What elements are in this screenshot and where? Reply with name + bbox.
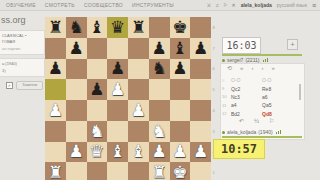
bottom-player-clock: 10:57 (213, 139, 265, 159)
square-b2[interactable]: ♟ (66, 142, 87, 163)
square-e4[interactable]: ♟ (128, 100, 149, 121)
square-d8[interactable]: ♛ (107, 17, 128, 38)
piece-bp-c5: ♟ (89, 81, 104, 98)
move-white-11[interactable]: a4 (231, 102, 262, 108)
square-a1[interactable]: ♜ (45, 162, 66, 180)
move-black-10[interactable]: a6 (262, 94, 293, 100)
resign-icon[interactable]: ⚐ (269, 118, 274, 124)
signal-icon (276, 130, 281, 134)
square-h4[interactable] (190, 100, 211, 121)
square-h5[interactable] (190, 79, 211, 100)
square-f3[interactable]: ♞ (149, 121, 170, 142)
square-e6[interactable] (128, 59, 149, 80)
square-d6[interactable]: ♟ (107, 59, 128, 80)
square-f5[interactable] (149, 79, 170, 100)
nav-link-4[interactable]: ИНСТРУМЕНТЫ (132, 2, 174, 8)
rank-label-1: 1 (213, 162, 220, 180)
square-c5[interactable]: ♟ (87, 79, 108, 100)
piece-wp-e4: ♟ (131, 102, 146, 119)
top-player-clock: 16:03 (222, 37, 261, 54)
square-a8[interactable]: ♜ (45, 17, 66, 38)
piece-br-a8: ♜ (48, 19, 63, 36)
square-g3[interactable] (170, 121, 191, 142)
square-h8[interactable] (190, 17, 211, 38)
username[interactable]: alela_koljada (241, 2, 272, 8)
square-d7[interactable] (107, 38, 128, 59)
move-row-10: 10Nc3a6 (222, 93, 298, 101)
square-a3[interactable] (45, 121, 66, 142)
move-white-12[interactable]: Bd2 (231, 111, 262, 117)
square-c2[interactable]: ♛ (87, 142, 108, 163)
square-e3[interactable] (128, 121, 149, 142)
piece-bp-b7: ♟ (69, 40, 84, 57)
square-c8[interactable]: ♝ (87, 17, 108, 38)
piece-wr-a1: ♜ (48, 164, 63, 180)
prev-move-icon[interactable]: ‹ (251, 65, 253, 71)
square-e7[interactable] (128, 38, 149, 59)
move-white-10[interactable]: Nc3 (231, 94, 262, 100)
rank-label-6: 6 (213, 59, 220, 80)
piece-bb-g7: ♝ (172, 40, 187, 57)
language-link[interactable]: русский язык (277, 2, 307, 8)
sound-icon[interactable]: ♫ (215, 3, 219, 8)
move-list-scrollbar[interactable] (299, 84, 301, 100)
square-h7[interactable]: ♟ (190, 38, 211, 59)
move-black-9[interactable]: Re8 (262, 86, 293, 92)
square-h6[interactable] (190, 59, 211, 80)
bottom-player-row[interactable]: alela_koljada (1940) (222, 129, 302, 135)
next-move-icon[interactable]: › (261, 65, 263, 71)
online-dot (222, 59, 225, 62)
square-g4[interactable] (170, 100, 191, 121)
square-b5[interactable] (66, 79, 87, 100)
square-a7[interactable] (45, 38, 66, 59)
piece-wp-h2: ♟ (193, 143, 208, 160)
square-b8[interactable]: ♞ (66, 17, 87, 38)
move-row-9: 9Qc2Re8 (222, 84, 298, 92)
sidebar: ss.org CLASSICAL •ГОВАЯая партия а (1940… (0, 10, 45, 90)
game-action-buttons: ↶½⚐ (239, 118, 274, 124)
piece-wr-f1: ♜ (152, 164, 167, 180)
square-b4[interactable] (66, 100, 87, 121)
square-g5[interactable] (170, 79, 191, 100)
piece-bp-g6: ♟ (172, 60, 187, 77)
piece-bp-d6: ♟ (110, 60, 125, 77)
move-row-11: 11a4Qa5 (222, 101, 298, 109)
square-e2[interactable]: ♝ (128, 142, 149, 163)
square-h3[interactable] (190, 121, 211, 142)
top-player-name: sergei7 (227, 57, 243, 63)
piece-wp-b2: ♟ (69, 143, 84, 160)
top-player-rating: (2211) (245, 57, 259, 63)
square-c7[interactable] (87, 38, 108, 59)
square-e8[interactable]: ♜ (128, 17, 149, 38)
move-number: 8 (222, 78, 231, 83)
piece-wb-d2: ♝ (110, 143, 125, 160)
square-b1[interactable] (66, 162, 87, 180)
square-g6[interactable]: ♟ (170, 59, 191, 80)
piece-wp-f2: ♟ (152, 143, 167, 160)
square-f2[interactable]: ♟ (149, 142, 170, 163)
rank-label-7: 7 (213, 38, 220, 59)
move-number: 10 (222, 94, 231, 99)
square-f1[interactable]: ♜ (149, 162, 170, 180)
square-e5[interactable] (128, 79, 149, 100)
bottom-player-rating: (1940) (258, 129, 272, 135)
square-a2[interactable] (45, 142, 66, 163)
move-white-9[interactable]: Qc2 (231, 86, 262, 92)
game-info-box: CLASSICAL •ГОВАЯая партия (0, 30, 45, 55)
piece-br-e8: ♜ (131, 19, 146, 36)
square-g8[interactable]: ♚ (170, 17, 191, 38)
piece-bp-a6: ♟ (48, 60, 63, 77)
square-g7[interactable]: ♝ (170, 38, 191, 59)
piece-bb-c8: ♝ (89, 19, 104, 36)
move-black-12[interactable]: Qd8 (262, 111, 293, 117)
square-c4[interactable] (87, 100, 108, 121)
move-black-11[interactable]: Qa5 (262, 102, 293, 108)
players-info-box: а (1940)1) (0, 58, 45, 77)
notifications-icon[interactable]: ⚐ (223, 3, 227, 8)
square-c3[interactable]: ♞ (87, 121, 108, 142)
square-a4[interactable]: ♟ (45, 100, 66, 121)
square-d5[interactable]: ♟ (107, 79, 128, 100)
players-info-line: 1) (2, 68, 43, 74)
bottom-player-bar (222, 136, 302, 138)
square-g2[interactable]: ♟ (170, 142, 191, 163)
piece-bp-h7: ♟ (193, 40, 208, 57)
takeback-icon[interactable]: ↶ (239, 118, 244, 124)
square-d3[interactable] (107, 121, 128, 142)
square-a5[interactable] (45, 79, 66, 100)
notes-checkbox[interactable]: ✓ (6, 82, 13, 89)
square-a6[interactable]: ♟ (45, 59, 66, 80)
square-f8[interactable] (149, 17, 170, 38)
square-b3[interactable] (66, 121, 87, 142)
square-d4[interactable] (107, 100, 128, 121)
move-nav-controls: ⟲«‹›» (227, 65, 275, 71)
piece-wp-g2: ♟ (172, 143, 187, 160)
move-white-8[interactable]: O-O (231, 77, 262, 83)
replay-icon[interactable]: ⟲ (227, 65, 232, 71)
nav-link-2[interactable]: СМОТРЕТЬ (45, 2, 75, 8)
square-f4[interactable] (149, 100, 170, 121)
square-d1[interactable] (107, 162, 128, 180)
piece-wp-a4: ♟ (48, 102, 63, 119)
close-icon[interactable]: ✕ (231, 3, 235, 8)
give-time-button[interactable]: + (287, 39, 298, 50)
bottom-player-name: alela_koljada (227, 129, 256, 135)
square-f7[interactable]: ♟ (149, 38, 170, 59)
draw-offer-icon[interactable]: ½ (254, 118, 259, 124)
move-black-8[interactable]: O-O (262, 77, 293, 83)
square-b6[interactable] (66, 59, 87, 80)
square-b7[interactable]: ♟ (66, 38, 87, 59)
piece-wn-c3: ♞ (89, 123, 104, 140)
square-g1[interactable]: ♚ (170, 162, 191, 180)
online-dot (222, 131, 225, 134)
piece-wq-c2: ♛ (89, 143, 104, 160)
rank-label-5: 5 (213, 79, 220, 100)
move-list: 8O-OO-O9Qc2Re810Nc3a611a4Qa512Bd2Qd8 (222, 76, 298, 118)
last-move-icon[interactable]: » (271, 65, 274, 71)
piece-wn-f3: ♞ (152, 123, 167, 140)
game-info-line: ая партия (2, 46, 43, 52)
piece-bk-g8: ♚ (172, 19, 187, 36)
piece-bn-b8: ♞ (69, 19, 84, 36)
notes-button[interactable]: Заметки (16, 81, 43, 90)
site-logo[interactable]: ss.org (1, 15, 45, 25)
top-navbar: ОБУЧЕНИЕСМОТРЕТЬСООБЩЕСТВОИНСТРУМЕНТЫ ⚔♫… (0, 0, 320, 11)
top-player-row[interactable]: sergei7 (2211) (222, 57, 302, 63)
icons-slot: ⚔♫⚐✕ (207, 3, 236, 8)
top-player-bar (222, 54, 302, 56)
piece-wp-d5: ♟ (110, 81, 125, 98)
square-c1[interactable] (87, 162, 108, 180)
square-c6[interactable] (87, 59, 108, 80)
nav-link-3[interactable]: СООБЩЕСТВО (84, 2, 123, 8)
square-e1[interactable] (128, 162, 149, 180)
first-move-icon[interactable]: « (240, 65, 243, 71)
nav-link-1[interactable]: ОБУЧЕНИЕ (6, 2, 36, 8)
board: ♜♞♝♛♜♚♟♟♝♟♟♟♞♟♟♟♟♟♞♞♟♛♝♝♟♟♟♜♜♚ (45, 17, 211, 180)
rank-label-8: 8 (213, 17, 220, 38)
rank-label-4: 4 (213, 100, 220, 121)
move-row-12: 12Bd2Qd8 (222, 110, 298, 118)
square-d2[interactable]: ♝ (107, 142, 128, 163)
hamburger-icon[interactable]: ≡ (312, 2, 316, 9)
move-row-8: 8O-OO-O (222, 76, 298, 84)
move-number: 12 (222, 111, 231, 116)
piece-wk-g1: ♚ (172, 164, 187, 180)
challenges-icon[interactable]: ⚔ (207, 3, 211, 8)
piece-bn-f6: ♞ (152, 60, 167, 77)
square-f6[interactable]: ♞ (149, 59, 170, 80)
move-number: 9 (222, 86, 231, 91)
piece-wb-e2: ♝ (131, 143, 146, 160)
main-nav: ОБУЧЕНИЕСМОТРЕТЬСООБЩЕСТВОИНСТРУМЕНТЫ (6, 2, 174, 8)
piece-bq-d8: ♛ (110, 19, 125, 36)
square-h1[interactable] (190, 162, 211, 180)
move-number: 11 (222, 103, 231, 108)
signal-icon (263, 58, 268, 62)
piece-bp-f7: ♟ (152, 40, 167, 57)
square-h2[interactable]: ♟ (190, 142, 211, 163)
